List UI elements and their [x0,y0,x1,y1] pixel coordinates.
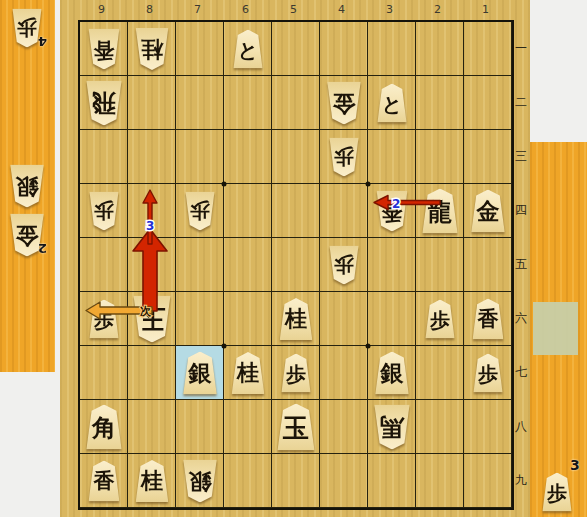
file-label-4: 4 [318,3,366,16]
piece[interactable]: 玉 [131,296,173,343]
rank-label-8: 八 [512,418,530,435]
square-8g[interactable] [128,346,176,400]
shogi-app: { "game": "shogi", "position": { "sfen":… [0,0,587,517]
square-7e[interactable] [176,238,224,292]
gote-piece-香-9a[interactable]: 香 [87,29,122,70]
shogi-board-panel: 987654321 一二三四五六七八九 香桂と飛金と歩歩歩香龍金歩歩玉桂歩香銀桂… [60,0,530,517]
square-9e[interactable] [80,238,128,292]
sente-piece-龍-2d[interactable]: 龍 [420,189,460,234]
empty-capture-slot [533,302,578,355]
square-7f[interactable] [176,292,224,346]
file-label-1: 1 [462,3,510,16]
square-6b[interactable] [224,76,272,130]
hoshi-dot [222,344,227,349]
piece[interactable]: 飛 [84,81,124,126]
gote-piece-飛-9b[interactable]: 飛 [84,81,124,126]
sente-piece-桂-6g[interactable]: 桂 [230,352,267,394]
square-7b[interactable] [176,76,224,130]
square-6e[interactable] [224,238,272,292]
piece[interactable]: 金 [469,190,507,233]
square-4d[interactable] [320,184,368,238]
piece[interactable]: 銀 [373,352,411,395]
piece[interactable]: 香 [471,299,506,340]
square-1b[interactable] [464,76,512,130]
square-2e[interactable] [416,238,464,292]
piece[interactable]: 歩 [472,354,505,393]
square-2c[interactable] [416,130,464,184]
square-1e[interactable] [464,238,512,292]
sente-piece-歩-2f[interactable]: 歩 [424,300,457,339]
gote-hand-count-金: 2 [38,241,47,256]
square-4g[interactable] [320,346,368,400]
square-9c[interactable] [80,130,128,184]
square-5i[interactable] [272,454,320,508]
piece[interactable]: 角 [84,405,124,450]
rank-label-5: 五 [512,256,530,273]
square-2g[interactable] [416,346,464,400]
square-3f[interactable] [368,292,416,346]
hoshi-dot [366,344,371,349]
square-7a[interactable] [176,22,224,76]
rank-label-1: 一 [512,40,530,57]
gote-piece-金-4b[interactable]: 金 [325,82,363,125]
gote-piece-桂-8a[interactable]: 桂 [134,28,171,70]
gote-piece-馬-3h[interactable]: 馬 [372,405,412,450]
gote-piece-歩-9d[interactable]: 歩 [88,192,121,231]
square-1i[interactable] [464,454,512,508]
piece[interactable]: 香 [375,191,410,232]
square-3c[interactable] [368,130,416,184]
piece[interactable]: 桂 [134,28,171,70]
square-7h[interactable] [176,400,224,454]
square-5b[interactable] [272,76,320,130]
piece[interactable]: 歩 [541,473,574,512]
square-5a[interactable] [272,22,320,76]
sente-captured-stand: 歩3 [530,142,587,517]
square-7c[interactable] [176,130,224,184]
piece[interactable]: 銀 [8,165,46,208]
file-label-8: 8 [126,3,174,16]
gote-captured-stand: 歩4銀金2 [0,0,55,372]
piece[interactable]: 歩 [424,300,457,339]
piece[interactable]: 龍 [420,189,460,234]
sente-piece-歩-9f[interactable]: 歩 [88,300,121,339]
piece[interactable]: 桂 [134,460,171,502]
gote-piece-歩-4c[interactable]: 歩 [328,138,361,177]
square-6d[interactable] [224,184,272,238]
sente-piece-桂-5f[interactable]: 桂 [278,298,315,340]
square-4h[interactable] [320,400,368,454]
piece[interactable]: 歩 [280,354,313,393]
piece[interactable]: 銀 [181,352,219,395]
square-4f[interactable] [320,292,368,346]
square-6i[interactable] [224,454,272,508]
square-6f[interactable] [224,292,272,346]
file-label-6: 6 [222,3,270,16]
sente-piece-香-9i[interactable]: 香 [87,461,122,502]
sente-piece-と-3b[interactable]: と [376,84,409,123]
square-1c[interactable] [464,130,512,184]
square-4a[interactable] [320,22,368,76]
square-9g[interactable] [80,346,128,400]
square-5d[interactable] [272,184,320,238]
gote-piece-銀-7i[interactable]: 銀 [181,460,219,503]
piece[interactable]: 香 [87,29,122,70]
rank-label-4: 四 [512,202,530,219]
rank-label-2: 二 [512,94,530,111]
gote-hand-count-歩: 4 [38,34,47,49]
sente-piece-桂-8i[interactable]: 桂 [134,460,171,502]
sente-piece-歩-5g[interactable]: 歩 [280,354,313,393]
piece[interactable]: 桂 [230,352,267,394]
square-3a[interactable] [368,22,416,76]
gote-piece-歩-7d[interactable]: 歩 [184,192,217,231]
square-4i[interactable] [320,454,368,508]
gote-piece-歩-4e[interactable]: 歩 [328,246,361,285]
file-label-7: 7 [174,3,222,16]
square-3i[interactable] [368,454,416,508]
square-8c[interactable] [128,130,176,184]
piece[interactable]: と [232,30,265,69]
piece[interactable]: 歩 [88,300,121,339]
piece[interactable]: 桂 [278,298,315,340]
file-label-2: 2 [414,3,462,16]
square-2a[interactable] [416,22,464,76]
square-8b[interactable] [128,76,176,130]
piece[interactable]: 金 [325,82,363,125]
square-8h[interactable] [128,400,176,454]
piece[interactable]: 馬 [372,405,412,450]
square-6h[interactable] [224,400,272,454]
square-2h[interactable] [416,400,464,454]
rank-label-3: 三 [512,148,530,165]
sente-piece-香-1f[interactable]: 香 [471,299,506,340]
sente-piece-歩[interactable]: 歩 [541,473,574,512]
sente-piece-歩-1g[interactable]: 歩 [472,354,505,393]
file-label-9: 9 [78,3,126,16]
piece[interactable]: 歩 [88,192,121,231]
gote-piece-香-3d[interactable]: 香 [375,191,410,232]
file-label-3: 3 [366,3,414,16]
piece[interactable]: 銀 [181,460,219,503]
gote-piece-銀[interactable]: 銀 [8,165,46,208]
hoshi-dot [222,182,227,187]
square-8e[interactable] [128,238,176,292]
sente-piece-銀-7g[interactable]: 銀 [181,352,219,395]
square-2i[interactable] [416,454,464,508]
piece[interactable]: と [376,84,409,123]
hoshi-dot [366,182,371,187]
square-5e[interactable] [272,238,320,292]
square-6c[interactable] [224,130,272,184]
file-label-5: 5 [270,3,318,16]
square-8d[interactable] [128,184,176,238]
sente-piece-と-6a[interactable]: と [232,30,265,69]
piece[interactable]: 歩 [328,246,361,285]
sente-piece-玉-5h[interactable]: 玉 [275,404,317,451]
square-1a[interactable] [464,22,512,76]
square-2b[interactable] [416,76,464,130]
board-grid: 香桂と飛金と歩歩歩香龍金歩歩玉桂歩香銀桂歩銀歩角玉馬香桂銀 [78,20,514,510]
rank-label-7: 七 [512,364,530,381]
sente-piece-金-1d[interactable]: 金 [469,190,507,233]
piece[interactable]: 歩 [328,138,361,177]
rank-label-6: 六 [512,310,530,327]
rank-label-9: 九 [512,472,530,489]
sente-hand-count-歩: 3 [570,457,580,473]
piece[interactable]: 香 [87,461,122,502]
square-3e[interactable] [368,238,416,292]
sente-piece-銀-3g[interactable]: 銀 [373,352,411,395]
square-5c[interactable] [272,130,320,184]
gote-piece-玉-8f[interactable]: 玉 [131,296,173,343]
square-1h[interactable] [464,400,512,454]
piece[interactable]: 歩 [184,192,217,231]
sente-piece-角-9h[interactable]: 角 [84,405,124,450]
piece[interactable]: 玉 [275,404,317,451]
